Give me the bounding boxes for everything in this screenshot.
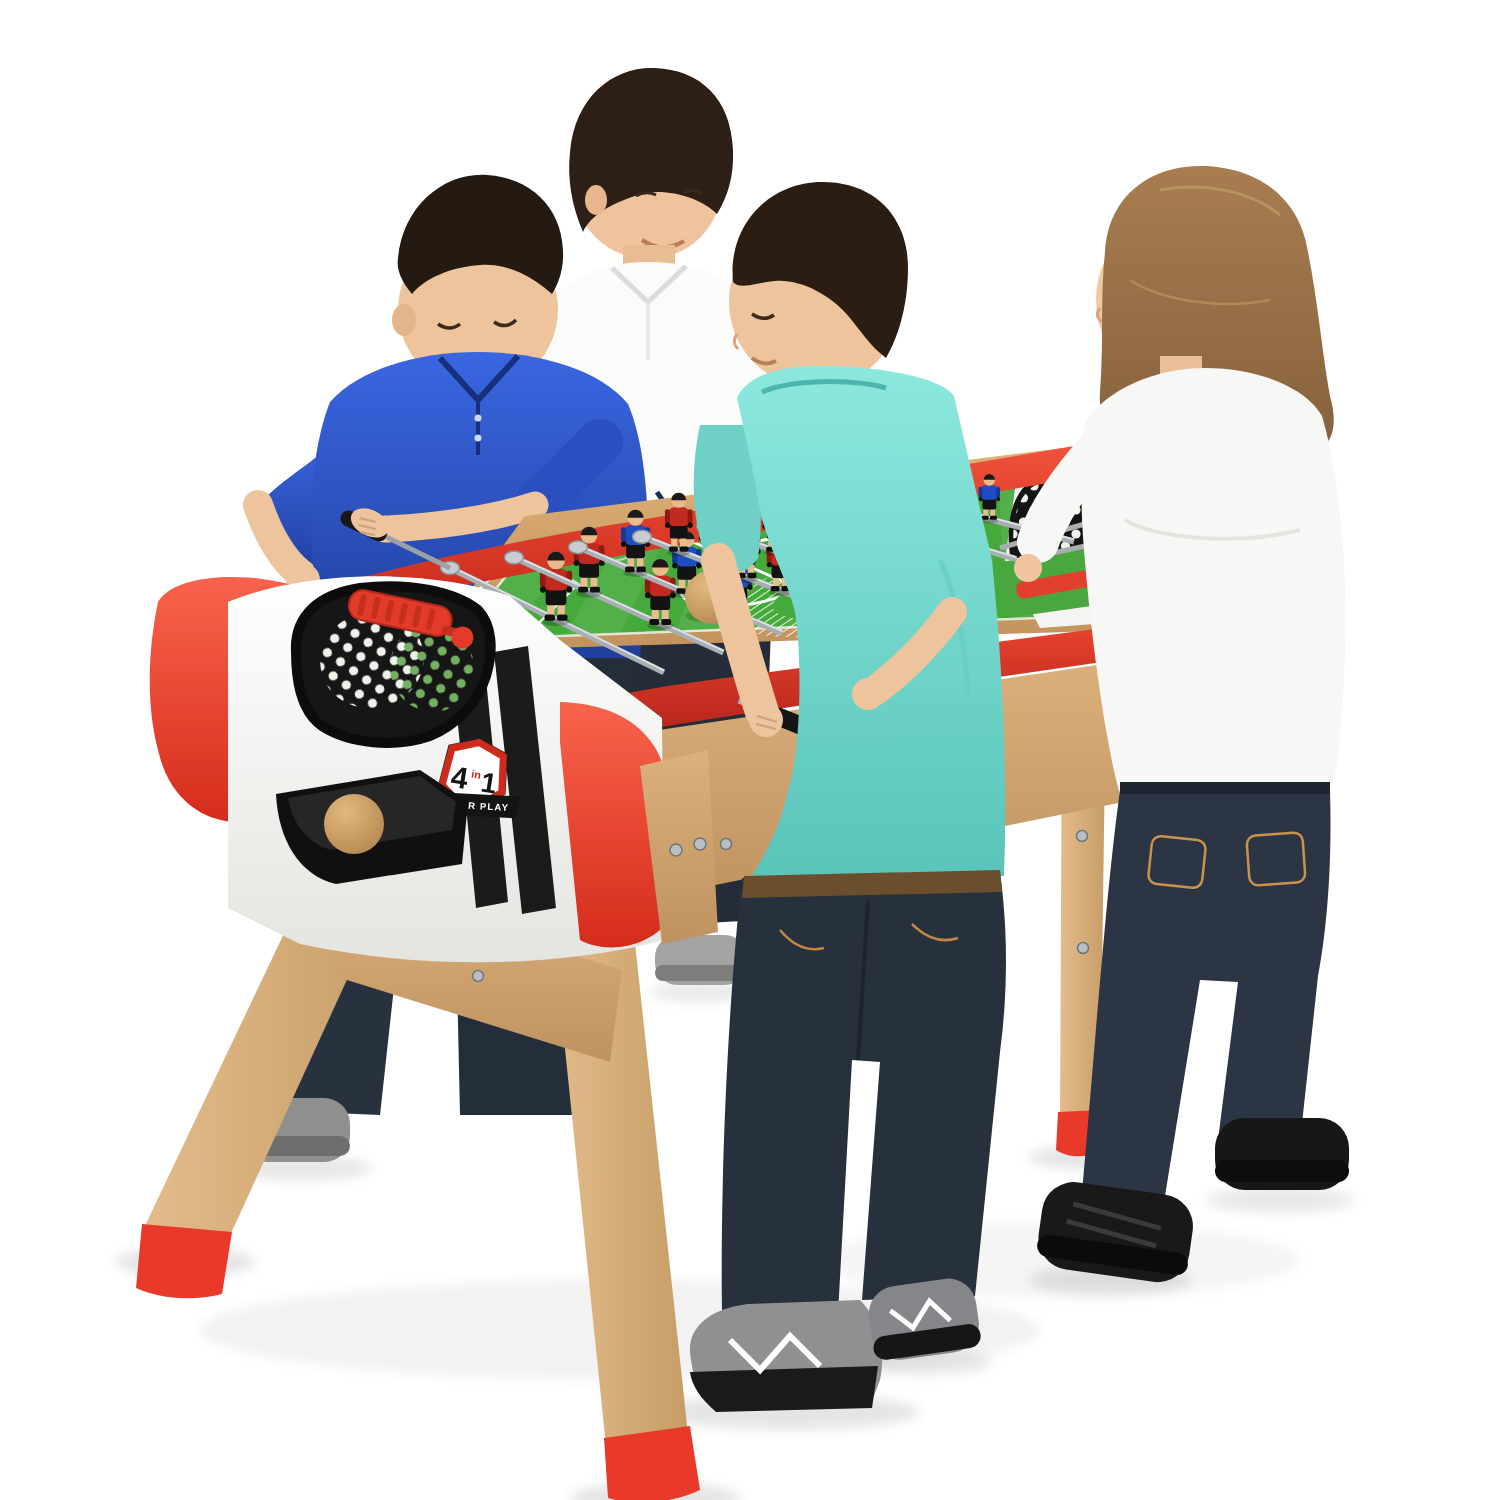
aqua-boy-right-hand: [852, 678, 884, 710]
girl-shirt: [1081, 368, 1345, 794]
spare-ball: [324, 794, 384, 854]
white-boy-ear: [585, 185, 607, 215]
blue-boy-ear: [392, 304, 416, 336]
scene-canvas: 4 in 1 POWER PLAY: [0, 0, 1500, 1500]
rod-bushing: [505, 551, 524, 564]
aqua-boy-shoe-left: [690, 1300, 882, 1412]
table-near-right-foot-red: [604, 1426, 700, 1500]
girl-left-hand: [1014, 554, 1042, 582]
rod-bushing: [633, 530, 652, 543]
aqua-boy-left-hand: [749, 703, 783, 737]
rod-bushing: [569, 541, 588, 554]
product-photo-scene: 4 in 1 POWER PLAY: [0, 0, 1500, 1500]
table-near-left-foot-red: [136, 1224, 232, 1298]
